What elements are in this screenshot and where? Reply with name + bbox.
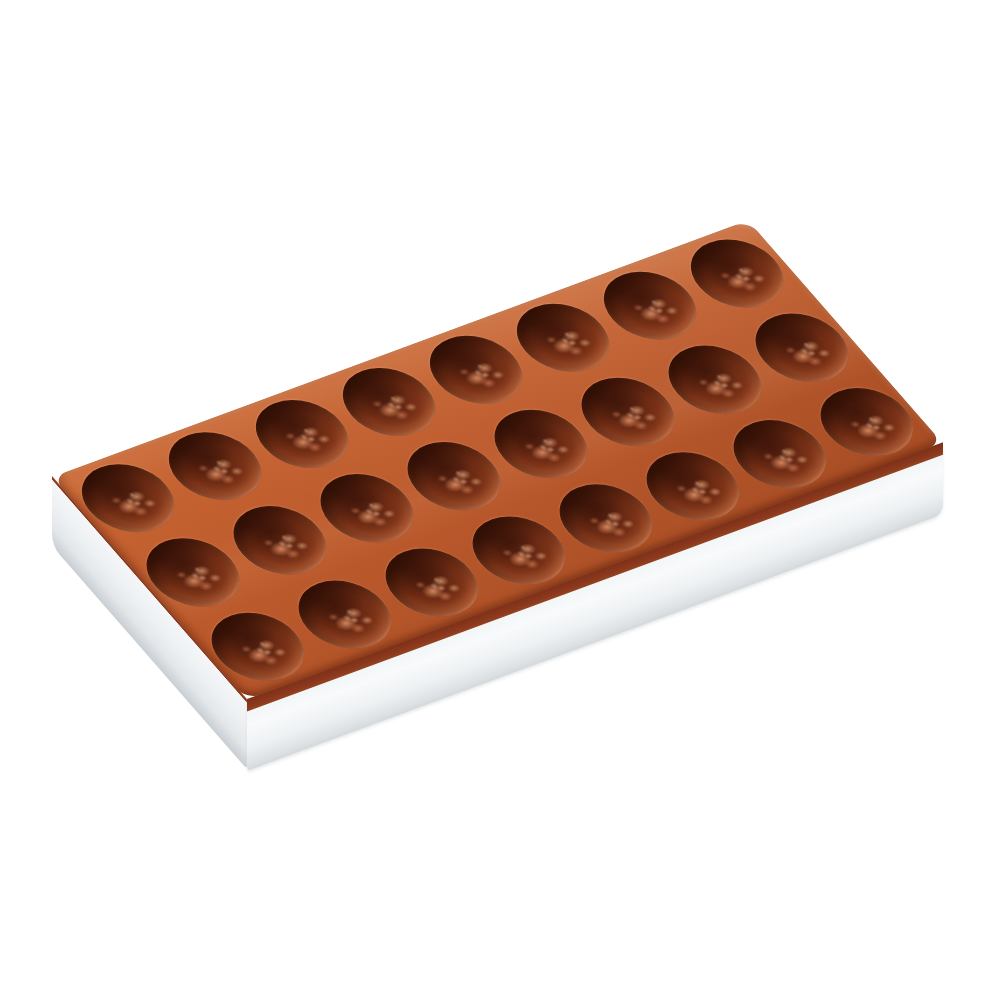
mould-tray xyxy=(0,0,1000,1000)
product-photo-scene xyxy=(0,0,1000,1000)
